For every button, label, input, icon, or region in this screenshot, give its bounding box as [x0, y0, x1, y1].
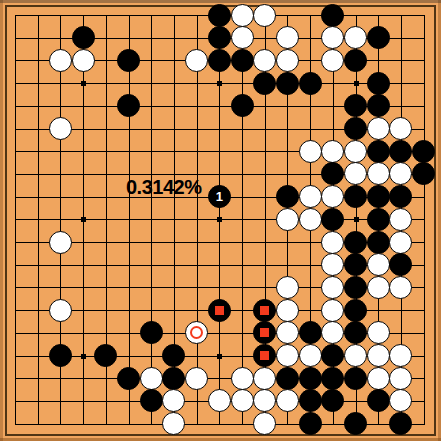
star-point [81, 81, 86, 86]
black-stone[interactable] [117, 49, 140, 72]
black-stone[interactable] [344, 412, 367, 435]
black-stone[interactable] [389, 412, 412, 435]
white-stone[interactable] [49, 49, 72, 72]
black-stone[interactable] [321, 208, 344, 231]
go-board-screenshot: 0.3142% 1 [0, 0, 441, 441]
black-stone[interactable] [344, 321, 367, 344]
go-board[interactable]: 0.3142% 1 [0, 0, 441, 441]
black-stone[interactable] [49, 344, 72, 367]
black-stone[interactable] [344, 117, 367, 140]
white-stone[interactable] [185, 49, 208, 72]
black-stone[interactable] [162, 367, 185, 390]
white-stone[interactable] [231, 4, 254, 27]
white-stone[interactable] [231, 26, 254, 49]
white-stone[interactable] [253, 412, 276, 435]
white-stone[interactable] [208, 389, 231, 412]
star-point [354, 217, 359, 222]
square-marker-icon [260, 306, 269, 315]
circle-marker-icon [190, 326, 203, 339]
white-stone[interactable] [344, 344, 367, 367]
black-stone[interactable] [276, 72, 299, 95]
black-stone[interactable] [367, 389, 390, 412]
black-stone[interactable] [299, 321, 322, 344]
white-stone[interactable] [49, 231, 72, 254]
black-stone[interactable] [367, 185, 390, 208]
white-stone[interactable] [276, 344, 299, 367]
white-stone[interactable] [321, 299, 344, 322]
black-stone[interactable] [140, 389, 163, 412]
black-stone[interactable] [299, 389, 322, 412]
black-stone[interactable] [321, 4, 344, 27]
white-stone[interactable] [367, 321, 390, 344]
black-stone[interactable] [208, 26, 231, 49]
white-stone[interactable] [253, 4, 276, 27]
black-stone[interactable] [344, 276, 367, 299]
white-stone[interactable] [162, 412, 185, 435]
square-marker-icon [260, 328, 269, 337]
white-stone[interactable] [321, 185, 344, 208]
black-stone[interactable] [72, 26, 95, 49]
white-stone[interactable] [389, 344, 412, 367]
black-stone[interactable] [208, 4, 231, 27]
white-stone[interactable] [321, 276, 344, 299]
white-stone[interactable] [344, 26, 367, 49]
white-stone[interactable] [389, 276, 412, 299]
white-stone[interactable] [321, 26, 344, 49]
white-stone[interactable] [276, 26, 299, 49]
black-stone[interactable] [389, 140, 412, 163]
white-stone[interactable] [389, 117, 412, 140]
black-stone[interactable] [276, 185, 299, 208]
black-stone[interactable] [299, 412, 322, 435]
white-stone[interactable] [367, 367, 390, 390]
star-point [81, 217, 86, 222]
white-stone[interactable] [299, 140, 322, 163]
white-stone[interactable] [276, 276, 299, 299]
white-stone[interactable] [49, 117, 72, 140]
white-stone[interactable] [276, 299, 299, 322]
white-stone[interactable] [367, 117, 390, 140]
black-stone[interactable] [321, 344, 344, 367]
white-stone[interactable] [367, 276, 390, 299]
white-stone[interactable] [367, 253, 390, 276]
white-stone[interactable] [276, 208, 299, 231]
white-stone[interactable] [231, 367, 254, 390]
white-stone[interactable] [389, 389, 412, 412]
white-stone[interactable] [344, 140, 367, 163]
white-stone[interactable] [253, 49, 276, 72]
winrate-label: 0.3142% [126, 176, 201, 199]
star-point [217, 354, 222, 359]
white-stone[interactable] [321, 253, 344, 276]
black-stone[interactable] [253, 72, 276, 95]
white-stone[interactable] [276, 49, 299, 72]
white-stone[interactable] [389, 162, 412, 185]
white-stone[interactable] [253, 389, 276, 412]
white-stone[interactable] [185, 367, 208, 390]
black-stone[interactable] [367, 26, 390, 49]
black-stone[interactable] [94, 344, 117, 367]
black-stone[interactable] [231, 94, 254, 117]
white-stone[interactable] [299, 344, 322, 367]
black-stone[interactable] [321, 367, 344, 390]
grid-line-vertical [242, 15, 243, 425]
star-point [217, 217, 222, 222]
black-stone[interactable] [412, 140, 435, 163]
black-stone[interactable] [412, 162, 435, 185]
white-stone[interactable] [276, 321, 299, 344]
white-stone[interactable] [140, 367, 163, 390]
star-point [354, 81, 359, 86]
black-stone[interactable]: 1 [208, 185, 231, 208]
black-stone[interactable] [299, 367, 322, 390]
black-stone[interactable] [367, 208, 390, 231]
black-stone[interactable] [321, 389, 344, 412]
black-stone[interactable] [117, 367, 140, 390]
black-stone[interactable] [344, 185, 367, 208]
black-stone[interactable] [344, 94, 367, 117]
square-marker-icon [260, 351, 269, 360]
black-stone[interactable] [389, 185, 412, 208]
black-stone[interactable] [344, 253, 367, 276]
black-stone[interactable] [389, 253, 412, 276]
white-stone[interactable] [49, 299, 72, 322]
white-stone[interactable] [344, 162, 367, 185]
black-stone[interactable] [299, 72, 322, 95]
white-stone[interactable] [321, 321, 344, 344]
white-stone[interactable] [299, 208, 322, 231]
white-stone[interactable] [253, 367, 276, 390]
black-stone[interactable] [367, 231, 390, 254]
white-stone[interactable] [389, 231, 412, 254]
white-stone[interactable] [231, 389, 254, 412]
black-stone[interactable] [321, 162, 344, 185]
star-point [81, 354, 86, 359]
black-stone[interactable] [117, 94, 140, 117]
black-stone[interactable] [276, 367, 299, 390]
white-stone[interactable] [276, 389, 299, 412]
white-stone[interactable] [321, 49, 344, 72]
white-stone[interactable] [72, 49, 95, 72]
black-stone[interactable] [367, 72, 390, 95]
white-stone[interactable] [367, 344, 390, 367]
grid-line-vertical [424, 15, 425, 425]
star-point [217, 81, 222, 86]
square-marker-icon [215, 306, 224, 315]
black-stone[interactable] [162, 344, 185, 367]
black-stone[interactable] [344, 367, 367, 390]
white-stone[interactable] [389, 208, 412, 231]
white-stone[interactable] [321, 140, 344, 163]
stone-move-number: 1 [216, 190, 223, 203]
black-stone[interactable] [367, 94, 390, 117]
black-stone[interactable] [140, 321, 163, 344]
white-stone[interactable] [321, 231, 344, 254]
black-stone[interactable] [367, 140, 390, 163]
black-stone[interactable] [344, 299, 367, 322]
white-stone[interactable] [367, 162, 390, 185]
black-stone[interactable] [231, 49, 254, 72]
black-stone[interactable] [344, 231, 367, 254]
black-stone[interactable] [208, 49, 231, 72]
black-stone[interactable] [344, 49, 367, 72]
white-stone[interactable] [162, 389, 185, 412]
white-stone[interactable] [299, 185, 322, 208]
white-stone[interactable] [389, 367, 412, 390]
